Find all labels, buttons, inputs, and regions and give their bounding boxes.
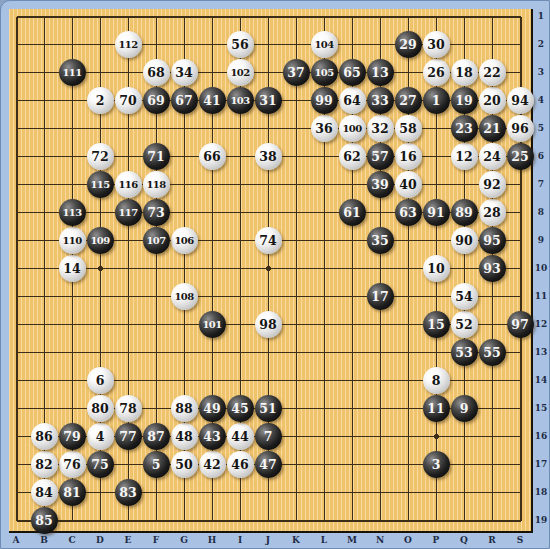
stone-black-19: 19: [451, 87, 478, 114]
stone-black-73: 73: [143, 199, 170, 226]
stone-black-17: 17: [367, 283, 394, 310]
stone-black-85: 85: [31, 507, 58, 534]
stone-black-95: 95: [479, 227, 506, 254]
star-point: [434, 434, 439, 439]
stone-black-7: 7: [255, 423, 282, 450]
stone-black-23: 23: [451, 115, 478, 142]
stone-white-58: 58: [395, 115, 422, 142]
stone-white-94: 94: [507, 87, 534, 114]
stone-white-56: 56: [227, 31, 254, 58]
stone-black-25: 25: [507, 143, 534, 170]
stone-white-44: 44: [227, 423, 254, 450]
stone-black-47: 47: [255, 451, 282, 478]
stone-white-22: 22: [479, 59, 506, 86]
stone-black-9: 9: [451, 395, 478, 422]
row-label-3: 3: [538, 67, 544, 77]
stone-black-103: 103: [227, 87, 254, 114]
go-board: 1234567891011121314151617181920212223242…: [9, 9, 533, 533]
row-label-16: 16: [535, 431, 548, 441]
stone-white-116: 116: [115, 171, 142, 198]
stone-black-61: 61: [339, 199, 366, 226]
stone-white-10: 10: [423, 255, 450, 282]
stone-black-69: 69: [143, 87, 170, 114]
row-label-5: 5: [538, 123, 544, 133]
row-label-12: 12: [535, 319, 548, 329]
stone-black-113: 113: [59, 199, 86, 226]
stone-black-53: 53: [451, 339, 478, 366]
stone-white-80: 80: [87, 395, 114, 422]
col-label-H: H: [208, 535, 217, 545]
stone-black-97: 97: [507, 311, 534, 338]
stone-white-76: 76: [59, 451, 86, 478]
col-label-A: A: [13, 535, 20, 545]
row-label-6: 6: [538, 151, 544, 161]
stone-white-100: 100: [339, 115, 366, 142]
row-label-8: 8: [538, 207, 544, 217]
stone-black-29: 29: [395, 31, 422, 58]
stone-black-79: 79: [59, 423, 86, 450]
stone-black-115: 115: [87, 171, 114, 198]
stone-white-108: 108: [171, 283, 198, 310]
stone-black-111: 111: [59, 59, 86, 86]
stone-white-50: 50: [171, 451, 198, 478]
stone-white-96: 96: [507, 115, 534, 142]
stone-white-30: 30: [423, 31, 450, 58]
stone-white-26: 26: [423, 59, 450, 86]
stone-black-77: 77: [115, 423, 142, 450]
stone-black-5: 5: [143, 451, 170, 478]
row-label-2: 2: [538, 39, 544, 49]
col-label-L: L: [321, 535, 327, 545]
stone-black-87: 87: [143, 423, 170, 450]
stone-black-67: 67: [171, 87, 198, 114]
col-label-Q: Q: [460, 535, 468, 545]
stone-white-14: 14: [59, 255, 86, 282]
col-label-C: C: [68, 535, 75, 545]
stone-white-106: 106: [171, 227, 198, 254]
stone-black-71: 71: [143, 143, 170, 170]
col-label-R: R: [488, 535, 495, 545]
stone-black-93: 93: [479, 255, 506, 282]
stone-white-32: 32: [367, 115, 394, 142]
stone-white-4: 4: [87, 423, 114, 450]
stone-black-35: 35: [367, 227, 394, 254]
stone-white-86: 86: [31, 423, 58, 450]
row-label-7: 7: [538, 179, 544, 189]
stone-black-117: 117: [115, 199, 142, 226]
stone-black-39: 39: [367, 171, 394, 198]
col-label-M: M: [347, 535, 357, 545]
stone-white-24: 24: [479, 143, 506, 170]
stone-white-20: 20: [479, 87, 506, 114]
stone-white-2: 2: [87, 87, 114, 114]
stone-white-98: 98: [255, 311, 282, 338]
star-point: [266, 266, 271, 271]
col-label-S: S: [517, 535, 524, 545]
star-point: [98, 266, 103, 271]
stone-white-40: 40: [395, 171, 422, 198]
stone-white-118: 118: [143, 171, 170, 198]
row-label-13: 13: [535, 347, 548, 357]
col-label-D: D: [96, 535, 104, 545]
stone-black-55: 55: [479, 339, 506, 366]
stone-white-88: 88: [171, 395, 198, 422]
row-label-1: 1: [538, 11, 544, 21]
stone-white-78: 78: [115, 395, 142, 422]
stone-white-18: 18: [451, 59, 478, 86]
stone-white-42: 42: [199, 451, 226, 478]
col-label-N: N: [376, 535, 384, 545]
row-label-18: 18: [535, 487, 548, 497]
stone-black-49: 49: [199, 395, 226, 422]
col-label-P: P: [433, 535, 440, 545]
stone-white-64: 64: [339, 87, 366, 114]
stone-white-8: 8: [423, 367, 450, 394]
stone-black-27: 27: [395, 87, 422, 114]
col-label-J: J: [266, 535, 270, 545]
row-label-19: 19: [535, 515, 548, 525]
row-label-15: 15: [535, 403, 548, 413]
stone-black-63: 63: [395, 199, 422, 226]
stone-white-28: 28: [479, 199, 506, 226]
stone-black-43: 43: [199, 423, 226, 450]
stone-white-110: 110: [59, 227, 86, 254]
stone-white-34: 34: [171, 59, 198, 86]
stone-white-46: 46: [227, 451, 254, 478]
stone-black-75: 75: [87, 451, 114, 478]
stone-black-31: 31: [255, 87, 282, 114]
stone-black-1: 1: [423, 87, 450, 114]
stone-black-57: 57: [367, 143, 394, 170]
stone-white-92: 92: [479, 171, 506, 198]
row-label-14: 14: [535, 375, 548, 385]
stone-black-45: 45: [227, 395, 254, 422]
stone-white-102: 102: [227, 59, 254, 86]
stone-white-84: 84: [31, 479, 58, 506]
stone-black-37: 37: [283, 59, 310, 86]
col-label-O: O: [404, 535, 412, 545]
col-label-B: B: [40, 535, 48, 545]
stone-black-81: 81: [59, 479, 86, 506]
stone-white-52: 52: [451, 311, 478, 338]
row-label-9: 9: [538, 235, 544, 245]
stone-white-72: 72: [87, 143, 114, 170]
stone-black-83: 83: [115, 479, 142, 506]
stone-white-54: 54: [451, 283, 478, 310]
stone-black-107: 107: [143, 227, 170, 254]
stone-white-38: 38: [255, 143, 282, 170]
stone-black-89: 89: [451, 199, 478, 226]
stone-black-11: 11: [423, 395, 450, 422]
stone-black-33: 33: [367, 87, 394, 114]
stone-black-65: 65: [339, 59, 366, 86]
stone-black-109: 109: [87, 227, 114, 254]
stone-white-82: 82: [31, 451, 58, 478]
stone-black-105: 105: [311, 59, 338, 86]
stone-white-62: 62: [339, 143, 366, 170]
stone-white-48: 48: [171, 423, 198, 450]
col-label-E: E: [125, 535, 132, 545]
go-diagram-window: 1234567891011121314151617181920212223242…: [0, 0, 550, 549]
stone-black-15: 15: [423, 311, 450, 338]
col-label-G: G: [180, 535, 188, 545]
stone-white-112: 112: [115, 31, 142, 58]
stone-white-12: 12: [451, 143, 478, 170]
stone-black-3: 3: [423, 451, 450, 478]
stone-white-36: 36: [311, 115, 338, 142]
stone-black-91: 91: [423, 199, 450, 226]
stone-black-13: 13: [367, 59, 394, 86]
stone-white-68: 68: [143, 59, 170, 86]
stone-white-6: 6: [87, 367, 114, 394]
row-label-17: 17: [535, 459, 548, 469]
stone-white-74: 74: [255, 227, 282, 254]
stone-white-66: 66: [199, 143, 226, 170]
row-label-4: 4: [538, 95, 544, 105]
stone-white-90: 90: [451, 227, 478, 254]
stone-white-70: 70: [115, 87, 142, 114]
stone-black-101: 101: [199, 311, 226, 338]
col-label-F: F: [153, 535, 159, 545]
stone-black-51: 51: [255, 395, 282, 422]
col-label-K: K: [292, 535, 300, 545]
stone-black-99: 99: [311, 87, 338, 114]
stone-white-16: 16: [395, 143, 422, 170]
row-label-10: 10: [535, 263, 548, 273]
col-label-I: I: [238, 535, 242, 545]
stone-black-21: 21: [479, 115, 506, 142]
stone-black-41: 41: [199, 87, 226, 114]
stone-white-104: 104: [311, 31, 338, 58]
row-label-11: 11: [535, 291, 548, 301]
